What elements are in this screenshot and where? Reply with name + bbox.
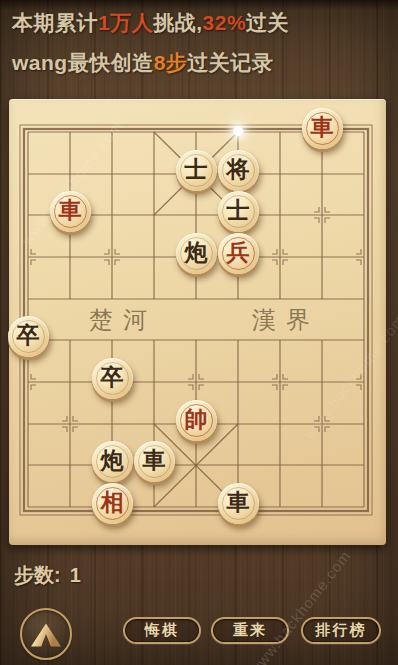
piece-glyph: 士 — [185, 158, 208, 181]
step-counter-label: 步数: — [14, 564, 61, 586]
watermark: www.hackhome.com — [246, 547, 354, 665]
piece-glyph: 卒 — [17, 324, 40, 347]
piece-black-general[interactable]: 将 — [218, 150, 259, 191]
step-counter-value: 1 — [70, 564, 81, 586]
piece-glyph: 兵 — [227, 241, 250, 264]
piece-black-cannon[interactable]: 炮 — [92, 441, 133, 482]
piece-red-general[interactable]: 帥 — [176, 400, 217, 441]
banner-segment-red: 32% — [203, 11, 247, 34]
river-label-han-jie: 漢界 — [221, 305, 341, 335]
banner-segment-red: 1万人 — [98, 11, 153, 34]
piece-glyph: 炮 — [185, 241, 208, 264]
piece-glyph: 車 — [143, 449, 166, 472]
piece-red-elephant[interactable]: 相 — [92, 483, 133, 524]
banner-segment-cream: 本期累计 — [12, 11, 98, 34]
piece-glyph: 車 — [59, 199, 82, 222]
banner-segment-cream: 过关 — [246, 11, 289, 34]
app-screen: 本期累计1万人挑战,32%过关 wang最快创造8步过关记录 楚河 漢界 車士将… — [0, 0, 398, 665]
piece-black-chariot[interactable]: 車 — [134, 441, 175, 482]
undo-move-button[interactable]: 悔棋 — [123, 617, 201, 644]
step-counter: 步数:1 — [14, 562, 81, 589]
piece-glyph: 卒 — [101, 366, 124, 389]
xiangqi-board[interactable]: 楚河 漢界 車士将車士炮兵卒卒帥炮車相車 — [9, 99, 386, 545]
promote-arrow-button[interactable] — [20, 608, 72, 660]
banner-segment-cream: 过关记录 — [187, 51, 273, 74]
piece-red-chariot[interactable]: 車 — [302, 108, 343, 149]
piece-glyph: 相 — [101, 491, 124, 514]
banner-segment-cream: 挑战, — [153, 11, 202, 34]
piece-red-chariot[interactable]: 車 — [50, 191, 91, 232]
piece-glyph: 将 — [227, 158, 250, 181]
restart-button[interactable]: 重来 — [211, 617, 289, 644]
piece-glyph: 帥 — [185, 408, 208, 431]
piece-black-chariot[interactable]: 車 — [218, 483, 259, 524]
piece-black-advisor[interactable]: 士 — [218, 191, 259, 232]
piece-red-soldier[interactable]: 兵 — [218, 233, 259, 274]
banner-line2: wang最快创造8步过关记录 — [12, 49, 273, 77]
last-move-sparkle — [233, 126, 243, 136]
leaderboard-button[interactable]: 排行榜 — [301, 617, 381, 644]
piece-glyph: 車 — [311, 116, 334, 139]
piece-glyph: 士 — [227, 199, 250, 222]
banner-segment-cream: wang最快创造 — [12, 51, 154, 74]
piece-black-advisor[interactable]: 士 — [176, 150, 217, 191]
mountain-arrow-icon — [31, 624, 61, 647]
river-label-chu-he: 楚河 — [58, 305, 178, 335]
banner-line1: 本期累计1万人挑战,32%过关 — [12, 9, 289, 37]
piece-black-soldier[interactable]: 卒 — [92, 358, 133, 399]
piece-glyph: 車 — [227, 491, 250, 514]
piece-glyph: 炮 — [101, 449, 124, 472]
piece-black-cannon[interactable]: 炮 — [176, 233, 217, 274]
piece-black-soldier[interactable]: 卒 — [8, 316, 49, 357]
banner-segment-orange: 8步 — [154, 51, 188, 74]
